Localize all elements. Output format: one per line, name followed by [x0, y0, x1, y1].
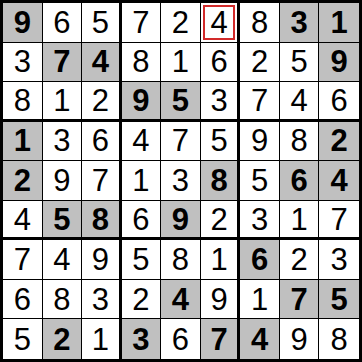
cell-r8c6[interactable]: 9 — [201, 280, 241, 320]
cell-r4c5[interactable]: 7 — [161, 122, 201, 162]
cell-r3c4[interactable]: 9 — [122, 82, 162, 122]
cell-r7c4[interactable]: 5 — [122, 240, 162, 280]
cell-r7c8[interactable]: 2 — [280, 240, 320, 280]
cell-r6c5[interactable]: 9 — [161, 201, 201, 241]
cell-r7c2[interactable]: 4 — [43, 240, 83, 280]
cell-r4c6[interactable]: 5 — [201, 122, 241, 162]
cell-r2c4[interactable]: 8 — [122, 43, 162, 83]
cell-r2c5[interactable]: 1 — [161, 43, 201, 83]
cell-r8c8[interactable]: 7 — [280, 280, 320, 320]
cell-r9c8[interactable]: 9 — [280, 319, 320, 359]
cell-r6c6[interactable]: 2 — [201, 201, 241, 241]
cell-r1c2[interactable]: 6 — [43, 3, 83, 43]
cell-r2c9[interactable]: 9 — [319, 43, 359, 83]
cell-r5c2[interactable]: 9 — [43, 161, 83, 201]
cell-r7c1[interactable]: 7 — [3, 240, 43, 280]
cell-r5c5[interactable]: 3 — [161, 161, 201, 201]
cell-r9c1[interactable]: 5 — [3, 319, 43, 359]
cell-r8c5[interactable]: 4 — [161, 280, 201, 320]
cell-r3c3[interactable]: 2 — [82, 82, 122, 122]
cell-r2c2[interactable]: 7 — [43, 43, 83, 83]
cell-r9c6[interactable]: 7 — [201, 319, 241, 359]
cell-r1c9[interactable]: 1 — [319, 3, 359, 43]
cell-r1c7[interactable]: 8 — [240, 3, 280, 43]
cell-r1c5[interactable]: 2 — [161, 3, 201, 43]
cell-r5c6[interactable]: 8 — [201, 161, 241, 201]
cell-r4c1[interactable]: 1 — [3, 122, 43, 162]
cell-r9c2[interactable]: 2 — [43, 319, 83, 359]
cell-r8c9[interactable]: 5 — [319, 280, 359, 320]
cell-r5c8[interactable]: 6 — [280, 161, 320, 201]
cell-r8c1[interactable]: 6 — [3, 280, 43, 320]
cell-r1c3[interactable]: 5 — [82, 3, 122, 43]
cell-r9c9[interactable]: 8 — [319, 319, 359, 359]
cell-r7c6[interactable]: 1 — [201, 240, 241, 280]
cell-r2c8[interactable]: 5 — [280, 43, 320, 83]
cell-r5c4[interactable]: 1 — [122, 161, 162, 201]
cell-r2c6[interactable]: 6 — [201, 43, 241, 83]
cell-r2c7[interactable]: 2 — [240, 43, 280, 83]
cell-r6c3[interactable]: 8 — [82, 201, 122, 241]
cell-r3c7[interactable]: 7 — [240, 82, 280, 122]
cell-r8c7[interactable]: 1 — [240, 280, 280, 320]
cell-r3c8[interactable]: 4 — [280, 82, 320, 122]
cell-r3c9[interactable]: 6 — [319, 82, 359, 122]
cell-r1c1[interactable]: 9 — [3, 3, 43, 43]
cell-r4c3[interactable]: 6 — [82, 122, 122, 162]
cell-r2c1[interactable]: 3 — [3, 43, 43, 83]
cell-r1c6[interactable]: 4 — [201, 3, 241, 43]
cell-r3c5[interactable]: 5 — [161, 82, 201, 122]
cell-r8c2[interactable]: 8 — [43, 280, 83, 320]
sudoku-board: 9657248313748162598129537461364759822971… — [0, 0, 362, 362]
cell-r7c7[interactable]: 6 — [240, 240, 280, 280]
cell-r9c3[interactable]: 1 — [82, 319, 122, 359]
cell-r3c1[interactable]: 8 — [3, 82, 43, 122]
cell-r6c1[interactable]: 4 — [3, 201, 43, 241]
cell-r5c3[interactable]: 7 — [82, 161, 122, 201]
cell-r2c3[interactable]: 4 — [82, 43, 122, 83]
cell-r4c8[interactable]: 8 — [280, 122, 320, 162]
cell-r4c4[interactable]: 4 — [122, 122, 162, 162]
cell-r4c9[interactable]: 2 — [319, 122, 359, 162]
cell-r5c1[interactable]: 2 — [3, 161, 43, 201]
cell-r1c8[interactable]: 3 — [280, 3, 320, 43]
cell-r6c9[interactable]: 7 — [319, 201, 359, 241]
cell-r6c4[interactable]: 6 — [122, 201, 162, 241]
cell-r4c2[interactable]: 3 — [43, 122, 83, 162]
cell-r5c7[interactable]: 5 — [240, 161, 280, 201]
cell-r4c7[interactable]: 9 — [240, 122, 280, 162]
cell-r9c7[interactable]: 4 — [240, 319, 280, 359]
cell-r5c9[interactable]: 4 — [319, 161, 359, 201]
cell-r9c4[interactable]: 3 — [122, 319, 162, 359]
cell-r8c3[interactable]: 3 — [82, 280, 122, 320]
cell-r6c8[interactable]: 1 — [280, 201, 320, 241]
cell-r6c7[interactable]: 3 — [240, 201, 280, 241]
cell-r3c6[interactable]: 3 — [201, 82, 241, 122]
cell-r7c3[interactable]: 9 — [82, 240, 122, 280]
cell-r8c4[interactable]: 2 — [122, 280, 162, 320]
cell-r7c5[interactable]: 8 — [161, 240, 201, 280]
cell-r6c2[interactable]: 5 — [43, 201, 83, 241]
cell-r1c4[interactable]: 7 — [122, 3, 162, 43]
cell-r9c5[interactable]: 6 — [161, 319, 201, 359]
cell-r7c9[interactable]: 3 — [319, 240, 359, 280]
cell-r3c2[interactable]: 1 — [43, 82, 83, 122]
